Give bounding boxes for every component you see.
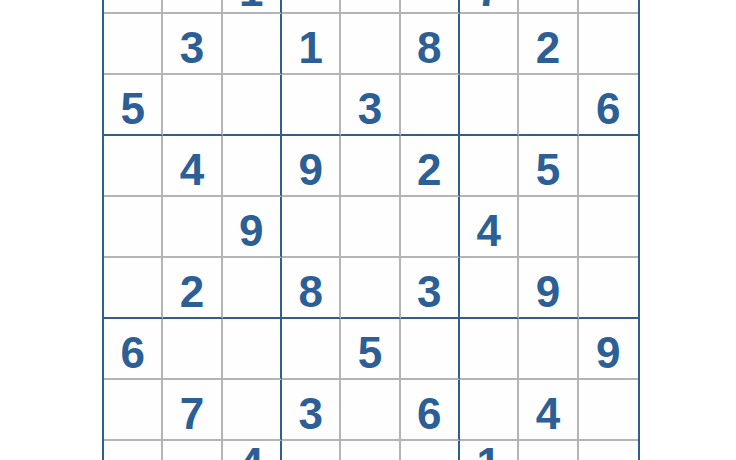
- sudoku-cell-r3c9[interactable]: 6: [579, 75, 638, 136]
- sudoku-cell-r3c4[interactable]: [282, 75, 341, 136]
- sudoku-cell-r2c5[interactable]: [341, 14, 400, 75]
- sudoku-cell-r2c6[interactable]: 8: [401, 14, 460, 75]
- sudoku-cell-r3c8[interactable]: [519, 75, 578, 136]
- sudoku-given-digit: 2: [180, 270, 204, 314]
- sudoku-cell-r2c4[interactable]: 1: [282, 14, 341, 75]
- sudoku-given-digit: 9: [596, 331, 620, 375]
- sudoku-cell-r2c1[interactable]: [104, 14, 163, 75]
- sudoku-cell-r2c3[interactable]: [223, 14, 282, 75]
- sudoku-given-digit: 3: [180, 26, 204, 70]
- sudoku-cell-r5c9[interactable]: [579, 197, 638, 258]
- sudoku-cell-r7c4[interactable]: [282, 319, 341, 380]
- sudoku-cell-r9c9[interactable]: [579, 441, 638, 460]
- sudoku-cell-r1c9[interactable]: [579, 0, 638, 14]
- sudoku-given-digit: 4: [180, 148, 204, 192]
- sudoku-cell-r1c7[interactable]: 7: [460, 0, 519, 14]
- sudoku-given-digit: 1: [476, 442, 500, 460]
- sudoku-cell-r6c9[interactable]: [579, 258, 638, 319]
- sudoku-cell-r8c7[interactable]: [460, 380, 519, 441]
- sudoku-cell-r6c1[interactable]: [104, 258, 163, 319]
- sudoku-given-digit: 3: [298, 392, 322, 436]
- sudoku-cell-r3c1[interactable]: 5: [104, 75, 163, 136]
- sudoku-given-digit: 4: [239, 442, 263, 460]
- sudoku-cell-r5c5[interactable]: [341, 197, 400, 258]
- sudoku-cell-r2c2[interactable]: 3: [163, 14, 222, 75]
- sudoku-cell-r5c3[interactable]: 9: [223, 197, 282, 258]
- sudoku-cell-r1c6[interactable]: [401, 0, 460, 14]
- sudoku-cell-r8c3[interactable]: [223, 380, 282, 441]
- sudoku-given-digit: 2: [417, 148, 441, 192]
- sudoku-cell-r9c7[interactable]: 1: [460, 441, 519, 460]
- sudoku-given-digit: 9: [239, 209, 263, 253]
- sudoku-cell-r5c1[interactable]: [104, 197, 163, 258]
- sudoku-cell-r4c9[interactable]: [579, 136, 638, 197]
- sudoku-cell-r4c7[interactable]: [460, 136, 519, 197]
- sudoku-cell-r3c3[interactable]: [223, 75, 282, 136]
- sudoku-cell-r5c6[interactable]: [401, 197, 460, 258]
- sudoku-cell-r7c7[interactable]: [460, 319, 519, 380]
- sudoku-given-digit: 7: [476, 0, 500, 13]
- sudoku-cell-r4c6[interactable]: 2: [401, 136, 460, 197]
- sudoku-cell-r6c7[interactable]: [460, 258, 519, 319]
- sudoku-cell-r3c2[interactable]: [163, 75, 222, 136]
- sudoku-cell-r2c8[interactable]: 2: [519, 14, 578, 75]
- sudoku-cell-r8c2[interactable]: 7: [163, 380, 222, 441]
- sudoku-cell-r7c8[interactable]: [519, 319, 578, 380]
- sudoku-given-digit: 1: [298, 26, 322, 70]
- sudoku-given-digit: 3: [417, 270, 441, 314]
- sudoku-cell-r5c2[interactable]: [163, 197, 222, 258]
- sudoku-cell-r4c5[interactable]: [341, 136, 400, 197]
- sudoku-cell-r5c7[interactable]: 4: [460, 197, 519, 258]
- sudoku-given-digit: 1: [239, 0, 263, 13]
- sudoku-cell-r3c5[interactable]: 3: [341, 75, 400, 136]
- sudoku-given-digit: 3: [358, 87, 382, 131]
- sudoku-cell-r9c1[interactable]: [104, 441, 163, 460]
- sudoku-cell-r9c5[interactable]: [341, 441, 400, 460]
- sudoku-cell-r7c2[interactable]: [163, 319, 222, 380]
- sudoku-cell-r7c6[interactable]: [401, 319, 460, 380]
- sudoku-cell-r4c3[interactable]: [223, 136, 282, 197]
- sudoku-cell-r4c2[interactable]: 4: [163, 136, 222, 197]
- sudoku-cell-r4c1[interactable]: [104, 136, 163, 197]
- sudoku-cell-r3c6[interactable]: [401, 75, 460, 136]
- sudoku-cell-r7c3[interactable]: [223, 319, 282, 380]
- sudoku-cell-r5c8[interactable]: [519, 197, 578, 258]
- sudoku-cell-r9c2[interactable]: [163, 441, 222, 460]
- sudoku-cell-r6c8[interactable]: 9: [519, 258, 578, 319]
- sudoku-cell-r9c6[interactable]: [401, 441, 460, 460]
- sudoku-given-digit: 6: [120, 331, 144, 375]
- sudoku-cell-r1c3[interactable]: 1: [223, 0, 282, 14]
- sudoku-cell-r6c5[interactable]: [341, 258, 400, 319]
- sudoku-cell-r6c6[interactable]: 3: [401, 258, 460, 319]
- sudoku-given-digit: 2: [536, 26, 560, 70]
- sudoku-cell-r5c4[interactable]: [282, 197, 341, 258]
- sudoku-given-digit: 4: [476, 209, 500, 253]
- sudoku-cell-r1c2[interactable]: [163, 0, 222, 14]
- sudoku-cell-r4c8[interactable]: 5: [519, 136, 578, 197]
- sudoku-cell-r7c5[interactable]: 5: [341, 319, 400, 380]
- sudoku-cell-r7c9[interactable]: 9: [579, 319, 638, 380]
- sudoku-cell-r8c8[interactable]: 4: [519, 380, 578, 441]
- sudoku-cell-r1c1[interactable]: [104, 0, 163, 14]
- sudoku-cell-r8c6[interactable]: 6: [401, 380, 460, 441]
- sudoku-cell-r9c3[interactable]: 4: [223, 441, 282, 460]
- sudoku-cell-r7c1[interactable]: 6: [104, 319, 163, 380]
- sudoku-cell-r8c9[interactable]: [579, 380, 638, 441]
- sudoku-given-digit: 6: [596, 87, 620, 131]
- sudoku-cell-r1c8[interactable]: [519, 0, 578, 14]
- sudoku-cell-r9c4[interactable]: [282, 441, 341, 460]
- sudoku-cell-r2c9[interactable]: [579, 14, 638, 75]
- sudoku-cell-r3c7[interactable]: [460, 75, 519, 136]
- sudoku-cell-r4c4[interactable]: 9: [282, 136, 341, 197]
- sudoku-given-digit: 5: [358, 331, 382, 375]
- sudoku-cell-r9c8[interactable]: [519, 441, 578, 460]
- sudoku-given-digit: 5: [120, 87, 144, 131]
- sudoku-cell-r1c4[interactable]: [282, 0, 341, 14]
- sudoku-board: 1731825364925942839659736441: [102, 0, 640, 460]
- sudoku-given-digit: 5: [536, 148, 560, 192]
- sudoku-cell-r1c5[interactable]: [341, 0, 400, 14]
- sudoku-given-digit: 7: [180, 392, 204, 436]
- sudoku-given-digit: 9: [298, 148, 322, 192]
- sudoku-cell-r2c7[interactable]: [460, 14, 519, 75]
- sudoku-cell-r8c5[interactable]: [341, 380, 400, 441]
- sudoku-screenshot: 1731825364925942839659736441: [0, 0, 736, 460]
- sudoku-cell-r6c4[interactable]: 8: [282, 258, 341, 319]
- sudoku-given-digit: 8: [417, 26, 441, 70]
- sudoku-given-digit: 9: [536, 270, 560, 314]
- sudoku-cell-r6c3[interactable]: [223, 258, 282, 319]
- sudoku-given-digit: 8: [298, 270, 322, 314]
- sudoku-cell-r6c2[interactable]: 2: [163, 258, 222, 319]
- sudoku-cell-r8c1[interactable]: [104, 380, 163, 441]
- sudoku-given-digit: 4: [536, 392, 560, 436]
- sudoku-cell-r8c4[interactable]: 3: [282, 380, 341, 441]
- sudoku-given-digit: 6: [417, 392, 441, 436]
